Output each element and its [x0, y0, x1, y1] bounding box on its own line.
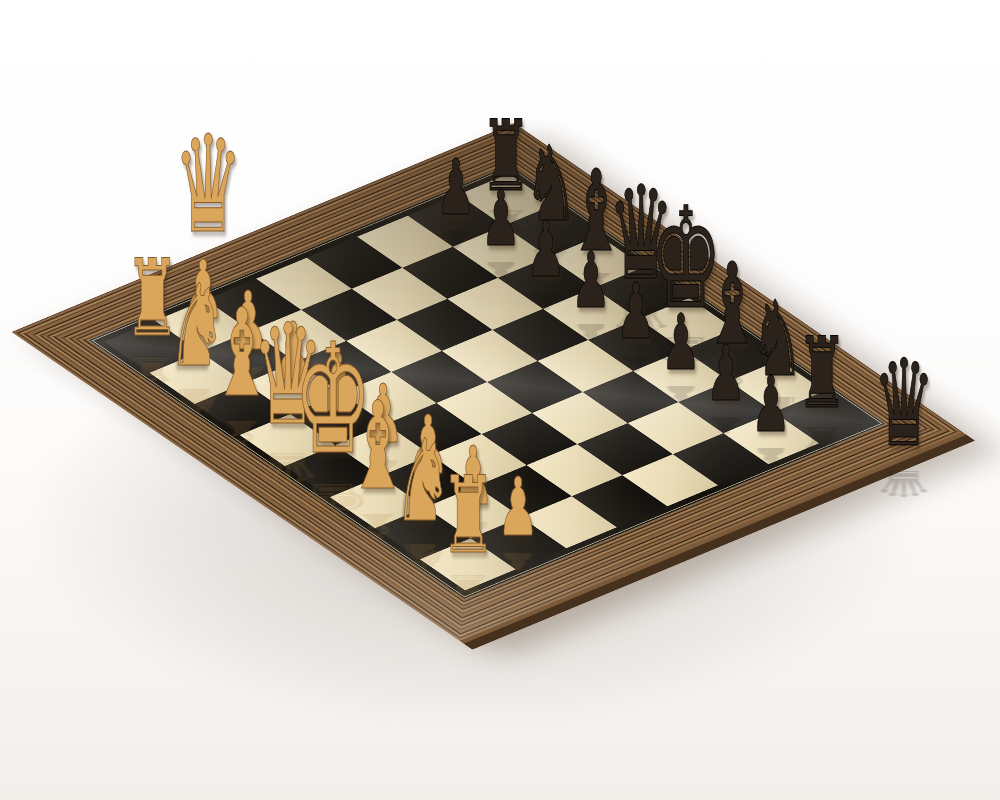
chess-set-photo: ♛♛ ♜♜♞♞♝♝♛♛♚♚♝♝♞♞♜♜♟♟♟♟♟♟♟♟♟♟♟♟♟♟♟♟♟♟♟♟♟…: [0, 0, 1000, 800]
piece-white-q[interactable]: ♛: [173, 118, 243, 252]
